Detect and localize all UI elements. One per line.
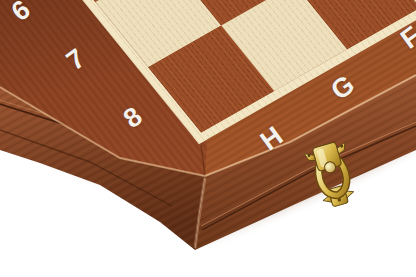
board-photo: 6 7 8 H G F [0, 0, 416, 277]
